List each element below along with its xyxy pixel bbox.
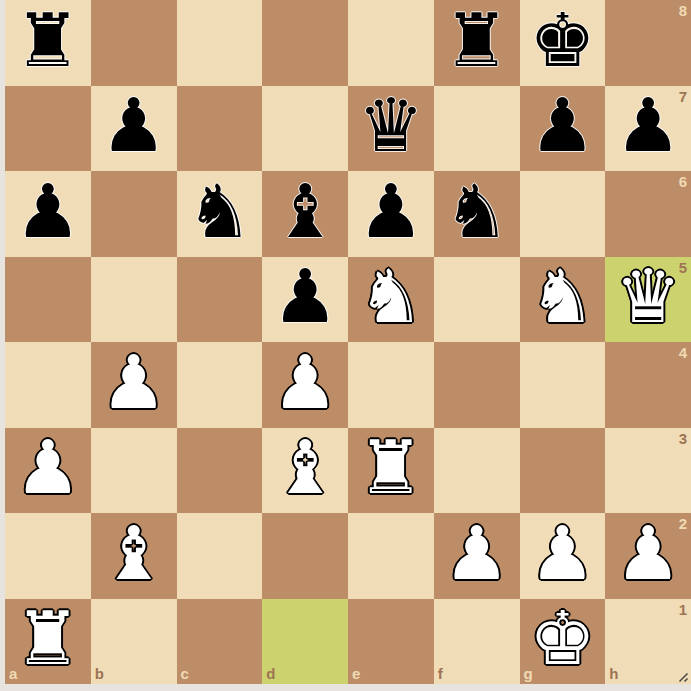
- white-rook-e3[interactable]: ♜: [358, 425, 424, 509]
- square-d4[interactable]: ♟: [262, 342, 348, 428]
- black-pawn-b7[interactable]: ♟: [100, 83, 166, 167]
- black-pawn-g7[interactable]: ♟: [529, 83, 595, 167]
- square-g7[interactable]: ♟: [520, 86, 606, 172]
- square-f1[interactable]: f: [434, 599, 520, 685]
- square-h2[interactable]: ♟2: [605, 513, 691, 599]
- square-g6[interactable]: [520, 171, 606, 257]
- square-b4[interactable]: ♟: [91, 342, 177, 428]
- white-knight-g5[interactable]: ♞: [529, 254, 595, 338]
- white-pawn-f2[interactable]: ♟: [443, 511, 509, 595]
- square-f2[interactable]: ♟: [434, 513, 520, 599]
- square-b3[interactable]: [91, 428, 177, 514]
- square-a7[interactable]: [5, 86, 91, 172]
- file-label-h: h: [609, 666, 618, 681]
- file-label-c: c: [181, 666, 189, 681]
- chess-app-page: ♜♜♚8♟♛♟♟7♟♞♝♟♞6♟♞♞♛5♟♟4♟♝♜3♝♟♟♟2♜abcdef♚…: [0, 0, 691, 691]
- square-a5[interactable]: [5, 257, 91, 343]
- square-e8[interactable]: [348, 0, 434, 86]
- square-h3[interactable]: 3: [605, 428, 691, 514]
- square-c1[interactable]: c: [177, 599, 263, 685]
- square-c8[interactable]: [177, 0, 263, 86]
- black-pawn-d5[interactable]: ♟: [272, 254, 338, 338]
- square-b6[interactable]: [91, 171, 177, 257]
- square-a4[interactable]: [5, 342, 91, 428]
- file-label-f: f: [438, 666, 443, 681]
- square-b1[interactable]: b: [91, 599, 177, 685]
- square-h6[interactable]: 6: [605, 171, 691, 257]
- square-h8[interactable]: 8: [605, 0, 691, 86]
- square-b7[interactable]: ♟: [91, 86, 177, 172]
- file-label-g: g: [524, 666, 533, 681]
- chess-board: ♜♜♚8♟♛♟♟7♟♞♝♟♞6♟♞♞♛5♟♟4♟♝♜3♝♟♟♟2♜abcdef♚…: [5, 0, 691, 684]
- square-e2[interactable]: [348, 513, 434, 599]
- white-pawn-h2[interactable]: ♟: [615, 511, 681, 595]
- square-f6[interactable]: ♞: [434, 171, 520, 257]
- square-f3[interactable]: [434, 428, 520, 514]
- white-pawn-d4[interactable]: ♟: [272, 340, 338, 424]
- square-a2[interactable]: [5, 513, 91, 599]
- rank-label-4: 4: [679, 345, 687, 360]
- rank-label-7: 7: [679, 89, 687, 104]
- square-b2[interactable]: ♝: [91, 513, 177, 599]
- square-h4[interactable]: 4: [605, 342, 691, 428]
- white-knight-e5[interactable]: ♞: [358, 254, 424, 338]
- white-bishop-b2[interactable]: ♝: [100, 511, 166, 595]
- square-g4[interactable]: [520, 342, 606, 428]
- square-e7[interactable]: ♛: [348, 86, 434, 172]
- square-d2[interactable]: [262, 513, 348, 599]
- rank-label-2: 2: [679, 516, 687, 531]
- square-a8[interactable]: ♜: [5, 0, 91, 86]
- rank-label-8: 8: [679, 3, 687, 18]
- rank-label-1: 1: [679, 602, 687, 617]
- square-d3[interactable]: ♝: [262, 428, 348, 514]
- white-pawn-b4[interactable]: ♟: [100, 340, 166, 424]
- rank-label-6: 6: [679, 174, 687, 189]
- black-king-g8[interactable]: ♚: [529, 0, 595, 82]
- square-c5[interactable]: [177, 257, 263, 343]
- square-d8[interactable]: [262, 0, 348, 86]
- black-knight-f6[interactable]: ♞: [443, 169, 509, 253]
- square-e6[interactable]: ♟: [348, 171, 434, 257]
- square-f7[interactable]: [434, 86, 520, 172]
- square-a1[interactable]: ♜a: [5, 599, 91, 685]
- rank-label-3: 3: [679, 431, 687, 446]
- square-e1[interactable]: e: [348, 599, 434, 685]
- file-label-b: b: [95, 666, 104, 681]
- square-h5[interactable]: ♛5: [605, 257, 691, 343]
- square-a3[interactable]: ♟: [5, 428, 91, 514]
- black-queen-e7[interactable]: ♛: [358, 83, 424, 167]
- square-f5[interactable]: [434, 257, 520, 343]
- square-g3[interactable]: [520, 428, 606, 514]
- square-f4[interactable]: [434, 342, 520, 428]
- white-pawn-g2[interactable]: ♟: [529, 511, 595, 595]
- file-label-e: e: [352, 666, 360, 681]
- square-g8[interactable]: ♚: [520, 0, 606, 86]
- square-c6[interactable]: ♞: [177, 171, 263, 257]
- square-d7[interactable]: [262, 86, 348, 172]
- white-queen-h5[interactable]: ♛: [615, 254, 681, 338]
- square-g2[interactable]: ♟: [520, 513, 606, 599]
- white-pawn-a3[interactable]: ♟: [15, 425, 81, 509]
- square-e5[interactable]: ♞: [348, 257, 434, 343]
- square-d1[interactable]: d: [262, 599, 348, 685]
- black-pawn-e6[interactable]: ♟: [358, 169, 424, 253]
- file-label-d: d: [266, 666, 275, 681]
- white-rook-a1[interactable]: ♜: [15, 596, 81, 680]
- square-a6[interactable]: ♟: [5, 171, 91, 257]
- resize-handle-icon[interactable]: [675, 669, 689, 683]
- square-b5[interactable]: [91, 257, 177, 343]
- black-rook-a8[interactable]: ♜: [15, 0, 81, 82]
- square-c4[interactable]: [177, 342, 263, 428]
- square-d6[interactable]: ♝: [262, 171, 348, 257]
- square-c3[interactable]: [177, 428, 263, 514]
- square-h7[interactable]: ♟7: [605, 86, 691, 172]
- square-b8[interactable]: [91, 0, 177, 86]
- black-knight-c6[interactable]: ♞: [186, 169, 252, 253]
- white-king-g1[interactable]: ♚: [529, 596, 595, 680]
- rank-label-5: 5: [679, 260, 687, 275]
- square-e3[interactable]: ♜: [348, 428, 434, 514]
- square-c2[interactable]: [177, 513, 263, 599]
- black-pawn-h7[interactable]: ♟: [615, 83, 681, 167]
- square-d5[interactable]: ♟: [262, 257, 348, 343]
- square-c7[interactable]: [177, 86, 263, 172]
- black-bishop-d6[interactable]: ♝: [272, 169, 338, 253]
- square-g5[interactable]: ♞: [520, 257, 606, 343]
- square-f8[interactable]: ♜: [434, 0, 520, 86]
- black-pawn-a6[interactable]: ♟: [15, 169, 81, 253]
- white-bishop-d3[interactable]: ♝: [272, 425, 338, 509]
- square-e4[interactable]: [348, 342, 434, 428]
- square-g1[interactable]: ♚g: [520, 599, 606, 685]
- file-label-a: a: [9, 666, 17, 681]
- black-rook-f8[interactable]: ♜: [443, 0, 509, 82]
